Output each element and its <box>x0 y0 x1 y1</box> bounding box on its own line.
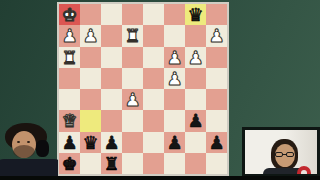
stream-scene: ♚♛♟♟♜♟♜♟♟♟♟♛♟♟♛♟♟♟♚♜ <box>0 0 320 180</box>
square-f3[interactable] <box>164 110 185 131</box>
square-c2[interactable]: ♟ <box>101 132 122 153</box>
square-a3[interactable]: ♛ <box>59 110 80 131</box>
glasses-bridge <box>283 154 286 155</box>
piece-wP-h7[interactable]: ♟ <box>208 25 224 46</box>
square-d1[interactable] <box>122 153 143 174</box>
square-h4[interactable] <box>206 89 227 110</box>
square-d3[interactable] <box>122 110 143 131</box>
square-a2[interactable]: ♟ <box>59 132 80 153</box>
square-c1[interactable]: ♜ <box>101 153 122 174</box>
piece-bQ-b2[interactable]: ♛ <box>82 132 98 153</box>
square-g3[interactable]: ♟ <box>185 110 206 131</box>
left-streamer-shirt <box>0 159 58 176</box>
square-f6[interactable]: ♟ <box>164 47 185 68</box>
square-h3[interactable] <box>206 110 227 131</box>
square-a1[interactable]: ♚ <box>59 153 80 174</box>
piece-wP-a7[interactable]: ♟ <box>61 25 77 46</box>
piece-wR-a6[interactable]: ♜ <box>61 47 77 68</box>
square-b4[interactable] <box>80 89 101 110</box>
bottom-letterbox-bar <box>0 176 320 180</box>
square-b3[interactable] <box>80 110 101 131</box>
square-e1[interactable] <box>143 153 164 174</box>
square-g6[interactable]: ♟ <box>185 47 206 68</box>
piece-bP-f2[interactable]: ♟ <box>166 132 182 153</box>
piece-wQ-a3[interactable]: ♛ <box>61 110 77 131</box>
square-b2[interactable]: ♛ <box>80 132 101 153</box>
square-e8[interactable] <box>143 4 164 25</box>
square-h8[interactable] <box>206 4 227 25</box>
square-g5[interactable] <box>185 68 206 89</box>
left-webcam <box>0 119 58 176</box>
square-h5[interactable] <box>206 68 227 89</box>
square-a7[interactable]: ♟ <box>59 25 80 46</box>
square-d6[interactable] <box>122 47 143 68</box>
square-g4[interactable] <box>185 89 206 110</box>
left-streamer-headphones <box>36 140 49 157</box>
square-e4[interactable] <box>143 89 164 110</box>
glasses-lens <box>286 152 294 157</box>
square-f4[interactable] <box>164 89 185 110</box>
piece-wP-f5[interactable]: ♟ <box>166 68 182 89</box>
square-d7[interactable]: ♜ <box>122 25 143 46</box>
piece-wP-d4[interactable]: ♟ <box>124 89 140 110</box>
square-c4[interactable] <box>101 89 122 110</box>
square-h1[interactable] <box>206 153 227 174</box>
square-h7[interactable]: ♟ <box>206 25 227 46</box>
square-f1[interactable] <box>164 153 185 174</box>
piece-bK-a1[interactable]: ♚ <box>61 153 77 174</box>
square-g1[interactable] <box>185 153 206 174</box>
square-c3[interactable] <box>101 110 122 131</box>
left-streamer-beard <box>13 145 35 158</box>
piece-wR-d7[interactable]: ♜ <box>124 25 140 46</box>
piece-wK-a8[interactable]: ♚ <box>61 4 77 25</box>
square-e5[interactable] <box>143 68 164 89</box>
square-f8[interactable] <box>164 4 185 25</box>
square-f5[interactable]: ♟ <box>164 68 185 89</box>
square-d2[interactable] <box>122 132 143 153</box>
chess-board[interactable]: ♚♛♟♟♜♟♜♟♟♟♟♛♟♟♛♟♟♟♚♜ <box>57 2 229 176</box>
square-f7[interactable] <box>164 25 185 46</box>
glasses-lens <box>275 152 283 157</box>
piece-wP-b7[interactable]: ♟ <box>82 25 98 46</box>
square-b8[interactable] <box>80 4 101 25</box>
square-b1[interactable] <box>80 153 101 174</box>
square-e6[interactable] <box>143 47 164 68</box>
piece-bQ-g8[interactable]: ♛ <box>187 4 203 25</box>
square-b5[interactable] <box>80 68 101 89</box>
piece-bP-g3[interactable]: ♟ <box>187 110 203 131</box>
square-a8[interactable]: ♚ <box>59 4 80 25</box>
square-a6[interactable]: ♜ <box>59 47 80 68</box>
piece-bP-a2[interactable]: ♟ <box>61 132 77 153</box>
square-e2[interactable] <box>143 132 164 153</box>
square-a4[interactable] <box>59 89 80 110</box>
square-c6[interactable] <box>101 47 122 68</box>
piece-bP-h2[interactable]: ♟ <box>208 132 224 153</box>
square-g2[interactable] <box>185 132 206 153</box>
square-a5[interactable] <box>59 68 80 89</box>
square-c7[interactable] <box>101 25 122 46</box>
square-e3[interactable] <box>143 110 164 131</box>
square-f2[interactable]: ♟ <box>164 132 185 153</box>
square-h6[interactable] <box>206 47 227 68</box>
square-h2[interactable]: ♟ <box>206 132 227 153</box>
left-streamer-eye <box>27 141 30 143</box>
square-d4[interactable]: ♟ <box>122 89 143 110</box>
left-streamer-eye <box>17 141 20 143</box>
right-webcam <box>242 127 320 177</box>
square-e7[interactable] <box>143 25 164 46</box>
piece-wP-g6[interactable]: ♟ <box>187 47 203 68</box>
square-c5[interactable] <box>101 68 122 89</box>
square-d5[interactable] <box>122 68 143 89</box>
square-d8[interactable] <box>122 4 143 25</box>
piece-bR-c1[interactable]: ♜ <box>103 153 119 174</box>
piece-wP-f6[interactable]: ♟ <box>166 47 182 68</box>
square-g8[interactable]: ♛ <box>185 4 206 25</box>
square-g7[interactable] <box>185 25 206 46</box>
right-streamer-glasses <box>275 152 295 158</box>
square-b7[interactable]: ♟ <box>80 25 101 46</box>
square-b6[interactable] <box>80 47 101 68</box>
square-c8[interactable] <box>101 4 122 25</box>
piece-bP-c2[interactable]: ♟ <box>103 132 119 153</box>
